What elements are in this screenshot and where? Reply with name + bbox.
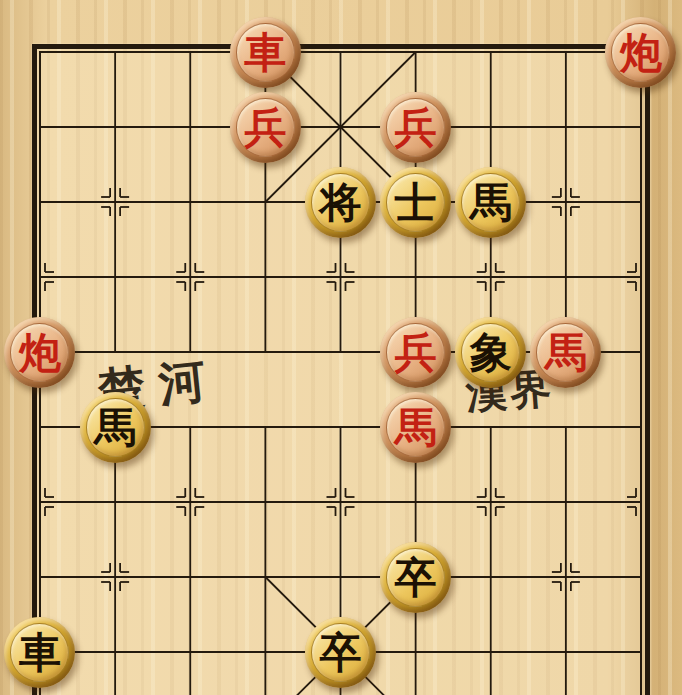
piece-face: 象 <box>461 323 520 382</box>
xiangqi-board: 楚河 漢界 車炮兵兵将士馬炮兵象馬馬馬卒卒車 <box>0 0 682 695</box>
piece-face: 車 <box>10 623 69 682</box>
piece-red-f5-r1[interactable]: 兵 <box>380 92 451 163</box>
piece-character: 馬 <box>94 407 136 449</box>
piece-red-f3-r0[interactable]: 車 <box>230 17 301 88</box>
piece-face: 卒 <box>386 548 445 607</box>
piece-black-f4-r2[interactable]: 将 <box>305 167 376 238</box>
piece-face: 炮 <box>611 23 670 82</box>
piece-red-f8-r0[interactable]: 炮 <box>605 17 676 88</box>
piece-character: 車 <box>19 632 61 674</box>
piece-black-f1-r5[interactable]: 馬 <box>80 392 151 463</box>
piece-character: 将 <box>319 182 361 224</box>
piece-face: 将 <box>311 173 370 232</box>
piece-red-f5-r4[interactable]: 兵 <box>380 317 451 388</box>
piece-black-f5-r7[interactable]: 卒 <box>380 542 451 613</box>
piece-face: 馬 <box>461 173 520 232</box>
piece-face: 士 <box>386 173 445 232</box>
piece-face: 卒 <box>311 623 370 682</box>
piece-character: 兵 <box>395 107 437 149</box>
piece-red-f5-r5[interactable]: 馬 <box>380 392 451 463</box>
piece-black-f6-r4[interactable]: 象 <box>455 317 526 388</box>
piece-character: 車 <box>244 32 286 74</box>
piece-black-f0-r8[interactable]: 車 <box>4 617 75 688</box>
piece-character: 馬 <box>545 332 587 374</box>
piece-face: 馬 <box>536 323 595 382</box>
piece-black-f5-r2[interactable]: 士 <box>380 167 451 238</box>
piece-face: 炮 <box>10 323 69 382</box>
piece-face: 馬 <box>86 398 145 457</box>
piece-character: 卒 <box>319 632 361 674</box>
piece-character: 兵 <box>395 332 437 374</box>
piece-red-f0-r4[interactable]: 炮 <box>4 317 75 388</box>
piece-red-f7-r4[interactable]: 馬 <box>530 317 601 388</box>
piece-character: 士 <box>395 182 437 224</box>
piece-character: 兵 <box>244 107 286 149</box>
piece-face: 馬 <box>386 398 445 457</box>
piece-face: 兵 <box>236 98 295 157</box>
piece-character: 卒 <box>395 557 437 599</box>
piece-black-f4-r8[interactable]: 卒 <box>305 617 376 688</box>
piece-red-f3-r1[interactable]: 兵 <box>230 92 301 163</box>
piece-character: 象 <box>470 332 512 374</box>
piece-face: 兵 <box>386 98 445 157</box>
piece-character: 炮 <box>620 32 662 74</box>
piece-character: 馬 <box>470 182 512 224</box>
piece-character: 炮 <box>19 332 61 374</box>
pieces-layer: 車炮兵兵将士馬炮兵象馬馬馬卒卒車 <box>2 15 678 695</box>
piece-face: 兵 <box>386 323 445 382</box>
piece-black-f6-r2[interactable]: 馬 <box>455 167 526 238</box>
piece-face: 車 <box>236 23 295 82</box>
piece-character: 馬 <box>395 407 437 449</box>
